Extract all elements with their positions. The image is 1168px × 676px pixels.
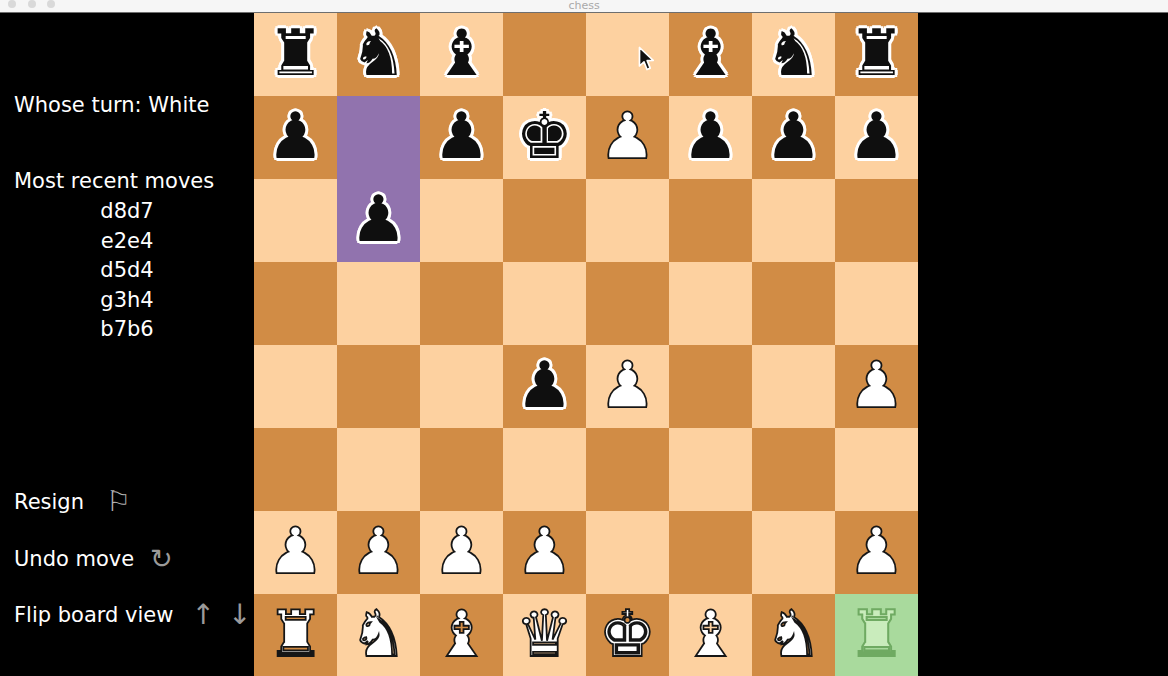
move-entry: d8d7: [0, 197, 254, 227]
piece-bp-h7: ♟: [835, 96, 918, 179]
square-b2[interactable]: ♟: [337, 511, 420, 594]
square-b4[interactable]: [337, 345, 420, 428]
square-h6[interactable]: [835, 179, 918, 262]
square-c8[interactable]: ♝: [420, 13, 503, 96]
flip-down-arrow-icon[interactable]: ↓: [228, 601, 251, 629]
square-b1[interactable]: ♞: [337, 594, 420, 676]
square-g8[interactable]: ♞: [752, 13, 835, 96]
square-f4[interactable]: [669, 345, 752, 428]
piece-wr-a1: ♜: [254, 594, 337, 676]
move-entry: d5d4: [0, 256, 254, 286]
square-f6[interactable]: [669, 179, 752, 262]
square-h3[interactable]: [835, 428, 918, 511]
piece-bn-b8: ♞: [337, 13, 420, 96]
piece-bp-f7: ♟: [669, 96, 752, 179]
piece-bb-f8: ♝: [669, 13, 752, 96]
square-h8[interactable]: ♜: [835, 13, 918, 96]
resign-label: Resign: [14, 490, 84, 514]
piece-bp-b6: ♟: [337, 179, 420, 262]
piece-br-h8: ♜: [835, 13, 918, 96]
square-b5[interactable]: [337, 262, 420, 345]
square-b3[interactable]: [337, 428, 420, 511]
square-g3[interactable]: [752, 428, 835, 511]
piece-wp-b2: ♟: [337, 511, 420, 594]
undo-icon: ↺: [150, 545, 173, 572]
square-d6[interactable]: [503, 179, 586, 262]
piece-wp-a2: ♟: [254, 511, 337, 594]
square-e4[interactable]: ♟: [586, 345, 669, 428]
undo-move-button[interactable]: Undo move ↺: [14, 545, 173, 572]
piece-br-a8: ♜: [254, 13, 337, 96]
square-a6[interactable]: [254, 179, 337, 262]
recent-moves-heading: Most recent moves: [14, 169, 214, 193]
chess-board: ♜♞♝♝♞♜♟♟♚♟♟♟♟♟♟♟♟♟♟♟♟♟♜♞♝♛♚♝♞♜: [254, 13, 918, 676]
square-f5[interactable]: [669, 262, 752, 345]
square-f8[interactable]: ♝: [669, 13, 752, 96]
mouse-cursor-icon: [637, 46, 655, 77]
square-e3[interactable]: [586, 428, 669, 511]
flag-icon: ⚐: [106, 488, 131, 516]
square-d5[interactable]: [503, 262, 586, 345]
square-e6[interactable]: [586, 179, 669, 262]
square-h4[interactable]: ♟: [835, 345, 918, 428]
move-entry: g3h4: [0, 286, 254, 316]
piece-wr-h1: ♜: [835, 594, 918, 676]
piece-wq-d1: ♛: [503, 594, 586, 676]
piece-wp-h4: ♟: [835, 345, 918, 428]
square-b6[interactable]: ♟: [337, 179, 420, 262]
turn-indicator: Whose turn: White: [14, 93, 209, 117]
piece-wp-d2: ♟: [503, 511, 586, 594]
square-g4[interactable]: [752, 345, 835, 428]
square-c3[interactable]: [420, 428, 503, 511]
square-g5[interactable]: [752, 262, 835, 345]
piece-bp-d4: ♟: [503, 345, 586, 428]
piece-bk-d7: ♚: [503, 96, 586, 179]
square-a4[interactable]: [254, 345, 337, 428]
square-f3[interactable]: [669, 428, 752, 511]
square-d1[interactable]: ♛: [503, 594, 586, 676]
square-e1[interactable]: ♚: [586, 594, 669, 676]
square-c7[interactable]: ♟: [420, 96, 503, 179]
move-entry: b7b6: [0, 315, 254, 345]
resign-button[interactable]: Resign ⚐: [14, 488, 131, 516]
square-d2[interactable]: ♟: [503, 511, 586, 594]
square-a5[interactable]: [254, 262, 337, 345]
piece-wn-b1: ♞: [337, 594, 420, 676]
square-c6[interactable]: [420, 179, 503, 262]
piece-wp-h2: ♟: [835, 511, 918, 594]
square-f7[interactable]: ♟: [669, 96, 752, 179]
move-entry: e2e4: [0, 227, 254, 257]
square-a3[interactable]: [254, 428, 337, 511]
piece-bp-a7: ♟: [254, 96, 337, 179]
square-f2[interactable]: [669, 511, 752, 594]
square-d4[interactable]: ♟: [503, 345, 586, 428]
square-d7[interactable]: ♚: [503, 96, 586, 179]
piece-bp-c7: ♟: [420, 96, 503, 179]
square-c1[interactable]: ♝: [420, 594, 503, 676]
square-h7[interactable]: ♟: [835, 96, 918, 179]
piece-wn-g1: ♞: [752, 594, 835, 676]
square-h1[interactable]: ♜: [835, 594, 918, 676]
square-c2[interactable]: ♟: [420, 511, 503, 594]
piece-wb-f1: ♝: [669, 594, 752, 676]
piece-bp-g7: ♟: [752, 96, 835, 179]
square-h2[interactable]: ♟: [835, 511, 918, 594]
square-g2[interactable]: [752, 511, 835, 594]
piece-wp-e7: ♟: [586, 96, 669, 179]
square-a8[interactable]: ♜: [254, 13, 337, 96]
square-e7[interactable]: ♟: [586, 96, 669, 179]
piece-bn-g8: ♞: [752, 13, 835, 96]
piece-wp-e4: ♟: [586, 345, 669, 428]
square-d8[interactable]: [503, 13, 586, 96]
flip-up-arrow-icon[interactable]: ↑: [191, 601, 214, 629]
square-e5[interactable]: [586, 262, 669, 345]
piece-wp-c2: ♟: [420, 511, 503, 594]
square-f1[interactable]: ♝: [669, 594, 752, 676]
piece-wb-c1: ♝: [420, 594, 503, 676]
undo-label: Undo move: [14, 547, 134, 571]
square-a1[interactable]: ♜: [254, 594, 337, 676]
piece-wk-e1: ♚: [586, 594, 669, 676]
square-e8[interactable]: [586, 13, 669, 96]
square-c5[interactable]: [420, 262, 503, 345]
square-h5[interactable]: [835, 262, 918, 345]
flip-board-control: Flip board view ↑ ↓: [14, 601, 251, 629]
square-b7[interactable]: [337, 96, 420, 179]
square-d3[interactable]: [503, 428, 586, 511]
square-e2[interactable]: [586, 511, 669, 594]
square-a7[interactable]: ♟: [254, 96, 337, 179]
square-g1[interactable]: ♞: [752, 594, 835, 676]
square-g6[interactable]: [752, 179, 835, 262]
window-title: chess: [0, 0, 1168, 12]
flip-label: Flip board view: [14, 603, 173, 627]
square-g7[interactable]: ♟: [752, 96, 835, 179]
piece-bb-c8: ♝: [420, 13, 503, 96]
square-a2[interactable]: ♟: [254, 511, 337, 594]
sidebar: Whose turn: White Most recent moves d8d7…: [0, 13, 254, 676]
title-bar: chess: [0, 0, 1168, 13]
square-c4[interactable]: [420, 345, 503, 428]
recent-moves-list: d8d7 e2e4 d5d4 g3h4 b7b6: [0, 197, 254, 345]
square-b8[interactable]: ♞: [337, 13, 420, 96]
